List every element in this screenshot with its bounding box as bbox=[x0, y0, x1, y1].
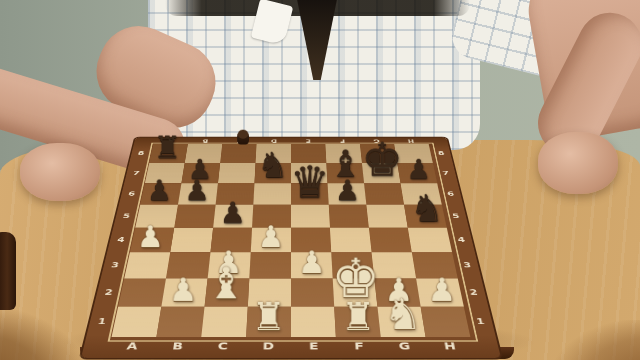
square-h7: ♟ bbox=[397, 163, 437, 183]
coordinate-label: G bbox=[381, 337, 429, 357]
black-pawn-h7: ♟ bbox=[407, 156, 431, 182]
square-b1 bbox=[156, 307, 204, 337]
square-a2 bbox=[118, 278, 166, 306]
white-bishop-c2: ♝ bbox=[207, 264, 246, 305]
coordinate-label: C bbox=[199, 337, 246, 357]
coordinate-label: B bbox=[188, 138, 223, 144]
square-e5 bbox=[291, 205, 330, 228]
square-c5: ♟ bbox=[213, 205, 253, 228]
black-knight-d7: ♞ bbox=[257, 149, 288, 182]
player-left-fist bbox=[20, 143, 100, 201]
white-pawn-d4: ♟ bbox=[258, 222, 285, 250]
black-pawn-a6: ♟ bbox=[147, 177, 172, 203]
white-pawn-b2: ♟ bbox=[169, 274, 198, 304]
square-d3 bbox=[249, 252, 291, 278]
black-knight-h5: ♞ bbox=[410, 191, 443, 226]
white-rook-f1: ♜ bbox=[341, 298, 376, 335]
square-a6: ♟ bbox=[140, 183, 181, 205]
square-g5 bbox=[366, 205, 407, 228]
square-b5 bbox=[174, 205, 215, 228]
white-rook-d1: ♜ bbox=[251, 298, 286, 335]
square-c7 bbox=[218, 163, 256, 183]
square-g6 bbox=[364, 183, 404, 205]
square-h4 bbox=[408, 228, 452, 253]
square-d4: ♟ bbox=[251, 228, 291, 253]
square-a1 bbox=[112, 307, 162, 337]
square-g7: ♚ bbox=[362, 163, 401, 183]
square-g1: ♞ bbox=[377, 307, 425, 337]
square-a3 bbox=[124, 252, 170, 278]
square-e6: ♛ bbox=[291, 183, 329, 205]
coordinate-label: F bbox=[325, 138, 360, 144]
chess-board: ♜♟♞♝♚♟♟♟♛♟♟♞♟♟♟♟♟♝♚♟♟♜♜♞ ABCDEFGH ABCDEF… bbox=[81, 138, 501, 358]
square-c8 bbox=[220, 144, 256, 163]
square-b6: ♟ bbox=[178, 183, 218, 205]
coordinate-label: H bbox=[426, 337, 475, 357]
square-f6: ♟ bbox=[328, 183, 367, 205]
white-pawn-h2: ♟ bbox=[428, 274, 457, 304]
white-knight-g1: ♞ bbox=[384, 294, 422, 335]
black-pawn-b6: ♟ bbox=[184, 177, 209, 203]
square-d6 bbox=[253, 183, 291, 205]
square-c2: ♝ bbox=[205, 278, 250, 306]
coordinate-label: D bbox=[245, 337, 291, 357]
file-labels-near: ABCDEFGH bbox=[107, 337, 474, 357]
white-pawn-a4: ♟ bbox=[137, 222, 164, 250]
captured-piece-left-table-edge bbox=[0, 232, 16, 310]
coordinate-label: A bbox=[153, 138, 188, 144]
coordinate-label: C bbox=[222, 138, 257, 144]
square-h5: ♞ bbox=[404, 205, 447, 228]
square-f5 bbox=[329, 205, 369, 228]
square-e2 bbox=[291, 278, 334, 306]
black-pawn-c5: ♟ bbox=[220, 199, 246, 226]
square-a4: ♟ bbox=[130, 228, 174, 253]
file-labels-far-mirrored: ABCDEFGH bbox=[153, 138, 428, 144]
square-c1 bbox=[201, 307, 248, 337]
coordinate-label: B bbox=[153, 337, 201, 357]
square-b2: ♟ bbox=[161, 278, 207, 306]
square-e3: ♟ bbox=[291, 252, 333, 278]
board-grid: ♜♟♞♝♚♟♟♟♛♟♟♞♟♟♟♟♟♝♚♟♟♜♜♞ bbox=[112, 144, 471, 337]
coordinate-label: H bbox=[393, 138, 428, 144]
black-queen-e6: ♛ bbox=[290, 161, 330, 203]
square-h1 bbox=[421, 307, 471, 337]
square-d7: ♞ bbox=[254, 163, 291, 183]
coordinate-label: E bbox=[291, 138, 325, 144]
black-pawn-f6: ♟ bbox=[335, 177, 360, 203]
square-h2: ♟ bbox=[416, 278, 464, 306]
coordinate-label: F bbox=[336, 337, 383, 357]
white-pawn-e3: ♟ bbox=[298, 247, 326, 276]
square-e1 bbox=[291, 307, 336, 337]
square-d1: ♜ bbox=[246, 307, 291, 337]
player-right-fist bbox=[538, 132, 618, 194]
square-a8: ♜ bbox=[149, 144, 188, 163]
coordinate-label: A bbox=[107, 337, 156, 357]
floor-shadow-right bbox=[555, 320, 640, 360]
coordinate-label: D bbox=[257, 138, 291, 144]
black-king-g7: ♚ bbox=[362, 138, 403, 182]
coordinate-label: E bbox=[291, 337, 337, 357]
square-f1: ♜ bbox=[334, 307, 381, 337]
square-b4 bbox=[170, 228, 213, 253]
coordinate-label: G bbox=[359, 138, 394, 144]
